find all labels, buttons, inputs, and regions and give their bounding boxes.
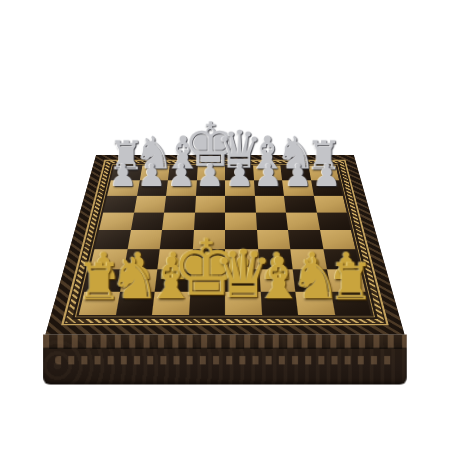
pawn-glyph: ♟ <box>284 159 312 190</box>
pawn-glyph: ♟ <box>255 159 283 190</box>
case-front-face <box>43 334 407 384</box>
product-photo-scene: ♜♞♝♚♛♝♞♜♟♟♟♟♟♟♟♟♟♟♟♟♟♟♟♟♜♞♝♚♛♝♞♜ <box>0 0 450 450</box>
piece-silver-pawn: ♟ <box>137 180 168 196</box>
pawn-glyph: ♟ <box>167 159 195 190</box>
case-top-surface: ♜♞♝♚♛♝♞♜♟♟♟♟♟♟♟♟♟♟♟♟♟♟♟♟♜♞♝♚♛♝♞♜ <box>45 155 404 334</box>
pawn-glyph: ♟ <box>313 159 341 190</box>
piece-layer: ♜♞♝♚♛♝♞♜♟♟♟♟♟♟♟♟♟♟♟♟♟♟♟♟♜♞♝♚♛♝♞♜ <box>79 166 371 316</box>
piece-silver-pawn: ♟ <box>107 180 139 196</box>
rook-glyph: ♜ <box>328 256 374 308</box>
pawn-glyph: ♟ <box>109 159 137 190</box>
piece-silver-pawn: ♟ <box>196 180 225 196</box>
front-stitch-band <box>55 356 395 364</box>
piece-silver-pawn: ♟ <box>166 180 196 196</box>
piece-silver-pawn: ♟ <box>225 180 254 196</box>
pawn-glyph: ♟ <box>196 159 224 190</box>
front-scallop-molding <box>43 334 407 348</box>
chessboard-case: ♜♞♝♚♛♝♞♜♟♟♟♟♟♟♟♟♟♟♟♟♟♟♟♟♜♞♝♚♛♝♞♜ <box>45 155 404 334</box>
piece-gold-rook: ♜ <box>330 291 371 315</box>
pawn-glyph: ♟ <box>225 159 253 190</box>
piece-silver-pawn: ♟ <box>254 180 284 196</box>
piece-silver-pawn: ♟ <box>282 180 313 196</box>
piece-silver-pawn: ♟ <box>311 180 343 196</box>
pawn-glyph: ♟ <box>138 159 166 190</box>
